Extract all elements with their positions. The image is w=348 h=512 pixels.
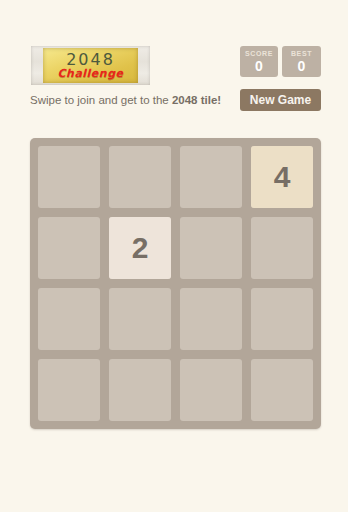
board-cell-r4c3 [180,359,242,421]
board-cell-r4c1 [38,359,100,421]
board-cell-r1c3 [180,146,242,208]
board-cell-r1c4: 4 [251,146,313,208]
board-cell-r3c4 [251,288,313,350]
board-cell-r3c1 [38,288,100,350]
board-cell-r1c1 [38,146,100,208]
tile-4: 4 [251,146,313,208]
board-cell-r4c2 [109,359,171,421]
score-value: 0 [255,58,263,74]
logo-title: 2048 [66,51,115,68]
logo-gold-plaque: 2048 Challenge [43,48,138,83]
app-logo: 2048 Challenge [31,46,150,85]
board-cell-r4c4 [251,359,313,421]
board-cell-r2c4 [251,217,313,279]
board-cell-r2c3 [180,217,242,279]
board-cell-r2c1 [38,217,100,279]
score-label: SCORE [245,49,273,58]
logo-subtitle: Challenge [58,68,124,80]
board[interactable]: 42 [30,138,321,429]
header-right: SCORE 0 BEST 0 New Game [240,46,321,111]
intro-text-bold: 2048 tile! [172,94,221,106]
board-cell-r2c2: 2 [109,217,171,279]
best-label: BEST [291,49,312,58]
board-cell-r3c3 [180,288,242,350]
best-box: BEST 0 [282,46,321,77]
score-row: SCORE 0 BEST 0 [240,46,321,77]
board-cell-r3c2 [109,288,171,350]
intro-text: Swipe to join and get to the 2048 tile! [30,93,221,107]
best-value: 0 [298,58,306,74]
score-box: SCORE 0 [240,46,278,77]
app-screen: 2048 Challenge SCORE 0 BEST 0 New Game S… [0,0,348,512]
new-game-button[interactable]: New Game [240,89,321,111]
board-cell-r1c2 [109,146,171,208]
tile-2: 2 [109,217,171,279]
intro-text-plain: Swipe to join and get to the [30,94,172,106]
